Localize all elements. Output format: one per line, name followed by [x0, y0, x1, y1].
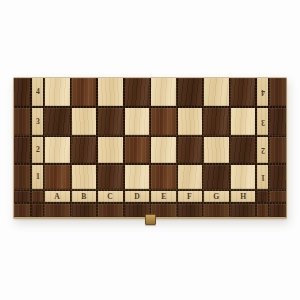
frame-cell-left-rank4: [14, 78, 30, 106]
file-label-e: E: [151, 191, 176, 202]
square-g4: [204, 78, 229, 106]
square-b2: [72, 137, 97, 163]
rank-label-right-4: 4: [257, 78, 268, 106]
file-label-c: C: [98, 191, 123, 202]
rank-label-left-4: 4: [32, 78, 43, 106]
square-f3: [178, 108, 203, 135]
file-label-a: A: [45, 191, 70, 202]
square-b4: [72, 78, 97, 106]
square-h3: [231, 108, 256, 135]
frame-cell-bottom-10: [231, 204, 256, 217]
square-a1: [45, 165, 70, 189]
square-b1: [72, 165, 97, 189]
frame-cell-right-rank2: [270, 137, 286, 163]
frame-cell-left-rank1: [14, 165, 30, 189]
square-d1: [125, 165, 150, 189]
square-a2: [45, 137, 70, 163]
square-g3: [204, 108, 229, 135]
square-f1: [178, 165, 203, 189]
square-d3: [125, 108, 150, 135]
frame-cell-right-rank1: [270, 165, 286, 189]
rank-label-right-2: 2: [257, 137, 268, 163]
brass-latch: [145, 214, 156, 225]
square-f2: [178, 137, 203, 163]
square-h4: [231, 78, 256, 106]
square-h1: [231, 165, 256, 189]
chess-board: 4 4 3 3 2: [14, 78, 286, 217]
file-label-g: G: [204, 191, 229, 202]
product-photo-background: 4 4 3 3 2: [0, 0, 300, 300]
square-b3: [72, 108, 97, 135]
file-label-h: H: [231, 191, 256, 202]
square-h2: [231, 137, 256, 163]
square-a3: [45, 108, 70, 135]
frame-cell-bottom-11: [257, 204, 268, 217]
frame-cell-numstrip-right-letters: [257, 191, 268, 202]
frame-cell-right-letters: [270, 191, 286, 202]
square-c2: [98, 137, 123, 163]
square-c1: [98, 165, 123, 189]
square-e1: [151, 165, 176, 189]
square-c3: [98, 108, 123, 135]
rank-label-left-3: 3: [32, 108, 43, 135]
frame-cell-bottom-3: [45, 204, 70, 217]
rank-label-left-2: 2: [32, 137, 43, 163]
frame-cell-left-letters: [14, 191, 30, 202]
square-c4: [98, 78, 123, 106]
frame-cell-left-rank3: [14, 108, 30, 135]
square-f4: [178, 78, 203, 106]
square-g2: [204, 137, 229, 163]
frame-cell-bottom-8: [178, 204, 203, 217]
rank-label-left-1: 1: [32, 165, 43, 189]
frame-cell-bottom-9: [204, 204, 229, 217]
frame-cell-bottom-4: [72, 204, 97, 217]
frame-cell-bottom-12: [270, 204, 286, 217]
square-e3: [151, 108, 176, 135]
rank-label-right-3: 3: [257, 108, 268, 135]
square-e4: [151, 78, 176, 106]
square-a4: [45, 78, 70, 106]
file-label-f: F: [178, 191, 203, 202]
frame-cell-bottom-5: [98, 204, 123, 217]
frame-cell-right-rank3: [270, 108, 286, 135]
frame-cell-numstrip-left-letters: [32, 191, 43, 202]
frame-cell-bottom-2: [32, 204, 43, 217]
frame-cell-bottom-1: [14, 204, 30, 217]
file-label-d: D: [125, 191, 150, 202]
folded-chess-box: 4 4 3 3 2: [13, 77, 287, 219]
square-d4: [125, 78, 150, 106]
rank-label-right-1: 1: [257, 165, 268, 189]
file-label-b: B: [72, 191, 97, 202]
frame-cell-right-rank4: [270, 78, 286, 106]
square-g1: [204, 165, 229, 189]
frame-cell-left-rank2: [14, 137, 30, 163]
square-d2: [125, 137, 150, 163]
square-e2: [151, 137, 176, 163]
